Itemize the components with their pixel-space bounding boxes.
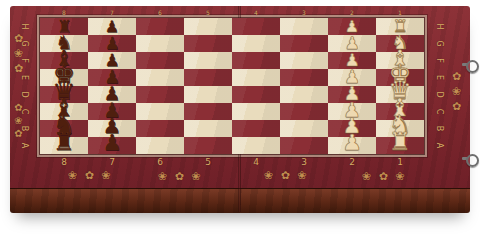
rank-label-bottom-2: 2 [328, 155, 376, 168]
square-c5[interactable] [184, 103, 232, 120]
floral-engraving-icon: ❀ ✿ ❀ [158, 170, 203, 183]
square-a7[interactable]: ♟ [88, 137, 136, 154]
square-b5[interactable] [184, 120, 232, 137]
floral-engraving-icon: ❀ ✿ ❀ [68, 169, 113, 182]
black-pawn-a7[interactable]: ♟ [88, 132, 136, 154]
playing-field: ♜♟♟♜♞♟♟♞♝♟♟♝♚♟♟♚♛♟♟♛♝♟♟♝♞♟♟♞♜♟♟♜ [40, 18, 424, 154]
rank-label-top-6: 6 [136, 6, 184, 18]
square-b4[interactable] [232, 120, 280, 137]
square-g6[interactable] [136, 35, 184, 52]
square-d6[interactable] [136, 86, 184, 103]
rank-labels-top: 87654321 [40, 6, 424, 18]
square-g5[interactable] [184, 35, 232, 52]
square-d4[interactable] [232, 86, 280, 103]
chess-board: ♜♟♟♜♞♟♟♞♝♟♟♝♚♟♟♚♛♟♟♛♝♟♟♝♞♟♟♞♜♟♟♜ 8765432… [10, 6, 470, 212]
square-h4[interactable] [232, 18, 280, 35]
square-f4[interactable] [232, 52, 280, 69]
square-f3[interactable] [280, 52, 328, 69]
square-a8[interactable]: ♜ [40, 137, 88, 154]
white-pawn-a2[interactable]: ♟ [328, 132, 376, 154]
floral-engraving-icon: ✿❀✿ [450, 70, 463, 115]
black-rook-a8[interactable]: ♜ [40, 129, 88, 154]
rank-label-bottom-7: 7 [88, 155, 136, 168]
floral-engraving-icon: ❀ ✿ ❀ [362, 170, 407, 183]
square-f6[interactable] [136, 52, 184, 69]
rank-label-bottom-3: 3 [280, 155, 328, 168]
square-f5[interactable] [184, 52, 232, 69]
square-a5[interactable] [184, 137, 232, 154]
floral-engraving-icon: ❀ ✿ ❀ [264, 169, 309, 182]
rank-label-bottom-1: 1 [376, 155, 424, 168]
square-g3[interactable] [280, 35, 328, 52]
metal-clasp-icon [466, 60, 479, 73]
file-label-right-a: A [431, 135, 448, 157]
square-h3[interactable] [280, 18, 328, 35]
square-c6[interactable] [136, 103, 184, 120]
square-h5[interactable] [184, 18, 232, 35]
square-a6[interactable] [136, 137, 184, 154]
square-b3[interactable] [280, 120, 328, 137]
square-e6[interactable] [136, 69, 184, 86]
rank-label-top-3: 3 [280, 6, 328, 18]
square-d5[interactable] [184, 86, 232, 103]
file-labels-right: HGFEDCBA [428, 18, 450, 154]
square-b6[interactable] [136, 120, 184, 137]
square-e3[interactable] [280, 69, 328, 86]
square-a2[interactable]: ♟ [328, 137, 376, 154]
floral-engraving-icon: ✿❀✿ [13, 102, 24, 141]
metal-clasp-icon [466, 154, 479, 167]
square-a1[interactable]: ♜ [376, 137, 424, 154]
white-rook-a1[interactable]: ♜ [376, 129, 424, 154]
square-a3[interactable] [280, 137, 328, 154]
square-g4[interactable] [232, 35, 280, 52]
square-h6[interactable] [136, 18, 184, 35]
chess-set-photo: ♜♟♟♜♞♟♟♞♝♟♟♝♚♟♟♚♛♟♟♛♝♟♟♝♞♟♟♞♜♟♟♜ 8765432… [0, 0, 480, 237]
square-a4[interactable] [232, 137, 280, 154]
rank-label-bottom-8: 8 [40, 155, 88, 168]
square-e4[interactable] [232, 69, 280, 86]
square-e5[interactable] [184, 69, 232, 86]
rank-label-bottom-6: 6 [136, 155, 184, 168]
rank-label-bottom-5: 5 [184, 155, 232, 168]
rank-labels-bottom: 87654321 [40, 155, 424, 168]
floral-engraving-icon: ✿❀✿ [12, 32, 25, 77]
square-c3[interactable] [280, 103, 328, 120]
square-d3[interactable] [280, 86, 328, 103]
rank-label-top-5: 5 [184, 6, 232, 18]
square-c4[interactable] [232, 103, 280, 120]
